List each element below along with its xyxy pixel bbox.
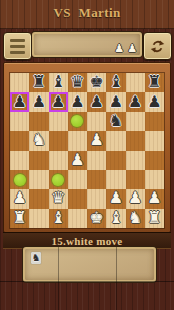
square-a6[interactable] — [10, 112, 29, 131]
square-f1[interactable]: ♝ — [106, 209, 125, 228]
black-pawn: ♟ — [70, 92, 84, 111]
legal-move-dot — [14, 174, 26, 186]
square-e5[interactable]: ♟ — [87, 131, 106, 150]
square-h8[interactable]: ♜ — [145, 73, 164, 92]
captured-white-pawn: ♟ — [127, 43, 137, 54]
square-f2[interactable]: ♟ — [106, 189, 125, 208]
square-h6[interactable] — [145, 112, 164, 131]
square-g1[interactable]: ♞ — [126, 209, 145, 228]
white-pawn: ♟ — [89, 130, 103, 149]
white-pawn: ♟ — [12, 188, 26, 207]
captured-white-pieces: ♟♟ — [114, 43, 137, 54]
board-frame: ♜♝♛♚♝♜♟♟♟♟♟♟♟♟♞♞♟♟♟♛♟♟♟♜♝♚♝♞♜ — [3, 62, 171, 233]
square-f8[interactable]: ♝ — [106, 73, 125, 92]
square-e7[interactable]: ♟ — [87, 92, 106, 111]
square-d4[interactable]: ♟ — [68, 151, 87, 170]
square-d5[interactable] — [68, 131, 87, 150]
square-g5[interactable] — [126, 131, 145, 150]
square-f6[interactable]: ♞ — [106, 112, 125, 131]
square-c7[interactable]: ♟ — [49, 92, 68, 111]
white-rook: ♜ — [12, 208, 26, 227]
captured-black-pieces-tray: ♞ — [23, 247, 156, 282]
square-g7[interactable]: ♟ — [126, 92, 145, 111]
square-a4[interactable] — [10, 151, 29, 170]
square-a3[interactable] — [10, 170, 29, 189]
square-b8[interactable]: ♜ — [29, 73, 48, 92]
square-e2[interactable] — [87, 189, 106, 208]
chess-board: ♜♝♛♚♝♜♟♟♟♟♟♟♟♟♞♞♟♟♟♛♟♟♟♜♝♚♝♞♜ — [10, 73, 164, 228]
captured-black-piece-tile: ♞ — [31, 252, 41, 264]
square-c6[interactable] — [49, 112, 68, 131]
black-king: ♚ — [89, 72, 103, 91]
captured-white-pawn: ♟ — [114, 43, 124, 54]
black-pawn: ♟ — [147, 92, 161, 111]
white-pawn: ♟ — [70, 150, 84, 169]
square-h7[interactable]: ♟ — [145, 92, 164, 111]
square-e1[interactable]: ♚ — [87, 209, 106, 228]
square-f7[interactable]: ♟ — [106, 92, 125, 111]
black-pawn: ♟ — [51, 92, 65, 111]
square-h1[interactable]: ♜ — [145, 209, 164, 228]
square-h3[interactable] — [145, 170, 164, 189]
square-c4[interactable] — [49, 151, 68, 170]
square-h5[interactable] — [145, 131, 164, 150]
square-e4[interactable] — [87, 151, 106, 170]
square-b5[interactable]: ♞ — [29, 131, 48, 150]
square-f3[interactable] — [106, 170, 125, 189]
white-pawn: ♟ — [109, 188, 123, 207]
black-pawn: ♟ — [32, 92, 46, 111]
opponent-title: VS Martin — [0, 5, 174, 21]
white-bishop: ♝ — [109, 208, 123, 227]
square-a2[interactable]: ♟ — [10, 189, 29, 208]
square-g2[interactable]: ♟ — [126, 189, 145, 208]
square-a7[interactable]: ♟ — [10, 92, 29, 111]
square-b2[interactable] — [29, 189, 48, 208]
square-a1[interactable]: ♜ — [10, 209, 29, 228]
square-g3[interactable] — [126, 170, 145, 189]
wood-plank-seam — [58, 247, 59, 310]
black-rook: ♜ — [147, 72, 161, 91]
square-c5[interactable] — [49, 131, 68, 150]
square-h4[interactable] — [145, 151, 164, 170]
square-g4[interactable] — [126, 151, 145, 170]
square-d3[interactable] — [68, 170, 87, 189]
square-d1[interactable] — [68, 209, 87, 228]
square-d7[interactable]: ♟ — [68, 92, 87, 111]
square-e3[interactable] — [87, 170, 106, 189]
white-knight: ♞ — [32, 130, 46, 149]
square-d8[interactable]: ♛ — [68, 73, 87, 92]
square-e6[interactable] — [87, 112, 106, 131]
move-status-text: 15.white move — [51, 235, 122, 247]
square-c1[interactable]: ♝ — [49, 209, 68, 228]
square-f4[interactable] — [106, 151, 125, 170]
square-b1[interactable] — [29, 209, 48, 228]
captured-white-pieces-tray: ♟♟ — [32, 32, 142, 57]
black-pawn: ♟ — [12, 92, 26, 111]
square-c2[interactable]: ♛ — [49, 189, 68, 208]
black-bishop: ♝ — [109, 72, 123, 91]
legal-move-dot — [71, 115, 83, 127]
refresh-icon — [149, 38, 166, 55]
square-b7[interactable]: ♟ — [29, 92, 48, 111]
white-queen: ♛ — [51, 188, 65, 207]
refresh-button[interactable] — [143, 32, 172, 60]
square-e8[interactable]: ♚ — [87, 73, 106, 92]
black-pawn: ♟ — [89, 92, 103, 111]
white-knight: ♞ — [128, 208, 142, 227]
square-c8[interactable]: ♝ — [49, 73, 68, 92]
menu-button[interactable] — [3, 32, 32, 60]
white-rook: ♜ — [147, 208, 161, 227]
square-b3[interactable] — [29, 170, 48, 189]
chess-app-screen: VS Martin ♟♟ ♜♝♛♚♝♜♟♟♟♟♟♟♟♟♞♞♟♟♟♛♟♟♟♜♝♚♝… — [0, 0, 174, 310]
white-bishop: ♝ — [51, 208, 65, 227]
black-pawn: ♟ — [109, 92, 123, 111]
captured-black-knight: ♞ — [32, 253, 41, 263]
square-d2[interactable] — [68, 189, 87, 208]
white-pawn: ♟ — [147, 188, 161, 207]
hamburger-icon — [10, 39, 25, 42]
square-b4[interactable] — [29, 151, 48, 170]
square-f5[interactable] — [106, 131, 125, 150]
square-d6[interactable] — [68, 112, 87, 131]
square-c3[interactable] — [49, 170, 68, 189]
legal-move-dot — [52, 174, 64, 186]
square-g8[interactable] — [126, 73, 145, 92]
black-queen: ♛ — [70, 72, 84, 91]
wood-plank-seam — [0, 281, 174, 282]
black-bishop: ♝ — [51, 72, 65, 91]
wood-plank-seam — [116, 247, 117, 310]
square-b6[interactable] — [29, 112, 48, 131]
black-pawn: ♟ — [128, 92, 142, 111]
square-g6[interactable] — [126, 112, 145, 131]
white-king: ♚ — [89, 208, 103, 227]
square-h2[interactable]: ♟ — [145, 189, 164, 208]
square-a5[interactable] — [10, 131, 29, 150]
black-rook: ♜ — [32, 72, 46, 91]
black-knight: ♞ — [109, 111, 123, 130]
white-pawn: ♟ — [128, 188, 142, 207]
square-a8[interactable] — [10, 73, 29, 92]
